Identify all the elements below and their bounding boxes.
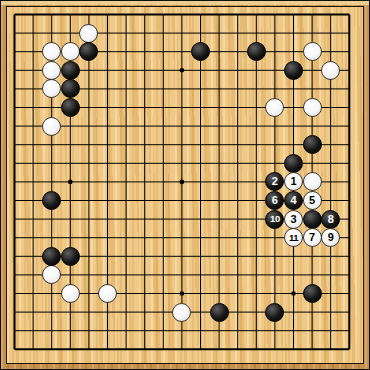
stone-white[interactable] — [172, 303, 191, 322]
move-number: 8 — [328, 214, 334, 225]
go-app-screenshot: 1234567891011 — [0, 0, 370, 370]
stone-black[interactable] — [284, 154, 303, 173]
stone-white[interactable] — [303, 172, 322, 191]
move-stone-black[interactable]: 8 — [321, 210, 340, 229]
move-stone-white[interactable]: 3 — [284, 210, 303, 229]
stone-white[interactable] — [61, 284, 80, 303]
stone-white[interactable] — [303, 98, 322, 117]
stone-black[interactable] — [303, 284, 322, 303]
stone-black[interactable] — [61, 61, 80, 80]
stone-white[interactable] — [42, 117, 61, 136]
stone-black[interactable] — [61, 98, 80, 117]
stone-white[interactable] — [42, 61, 61, 80]
stone-white[interactable] — [61, 42, 80, 61]
stone-white[interactable] — [303, 42, 322, 61]
star-point — [180, 291, 185, 296]
move-stone-black[interactable]: 10 — [265, 210, 284, 229]
stone-black[interactable] — [284, 61, 303, 80]
move-number: 6 — [272, 195, 278, 206]
stone-white[interactable] — [321, 61, 340, 80]
move-number: 7 — [309, 232, 315, 243]
move-number: 10 — [270, 214, 280, 224]
move-number: 2 — [272, 176, 278, 187]
move-stone-white[interactable]: 5 — [303, 191, 322, 210]
stone-black[interactable] — [42, 247, 61, 266]
stone-black[interactable] — [61, 247, 80, 266]
star-point — [180, 180, 185, 185]
stone-black[interactable] — [303, 210, 322, 229]
board-frame-highlight — [1, 1, 369, 5]
stone-black[interactable] — [210, 303, 229, 322]
star-point — [291, 291, 296, 296]
move-number: 9 — [328, 232, 334, 243]
stone-black[interactable] — [265, 303, 284, 322]
move-stone-black[interactable]: 4 — [284, 191, 303, 210]
star-point — [68, 180, 73, 185]
move-number: 11 — [289, 233, 298, 243]
go-board[interactable]: 1234567891011 — [6, 6, 364, 364]
stone-white[interactable] — [98, 284, 117, 303]
move-stone-white[interactable]: 7 — [303, 228, 322, 247]
star-point — [180, 68, 185, 73]
move-number: 5 — [309, 195, 315, 206]
board-frame: 1234567891011 — [1, 1, 369, 369]
move-number: 4 — [290, 195, 296, 206]
stone-white[interactable] — [79, 24, 98, 43]
move-number: 1 — [290, 176, 296, 187]
move-number: 3 — [290, 214, 296, 225]
stone-black[interactable] — [247, 42, 266, 61]
stone-black[interactable] — [303, 135, 322, 154]
